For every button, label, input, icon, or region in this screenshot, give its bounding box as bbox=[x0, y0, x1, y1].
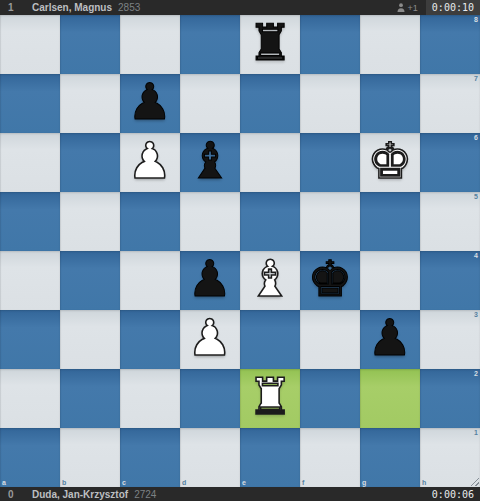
square-h3[interactable] bbox=[420, 310, 480, 369]
square-d1[interactable] bbox=[180, 428, 240, 487]
square-h7[interactable] bbox=[420, 74, 480, 133]
black-rook-e8[interactable]: ♜ bbox=[240, 15, 300, 74]
bottom-player-clock: 0:00:06 bbox=[426, 487, 480, 501]
square-f8[interactable] bbox=[300, 15, 360, 74]
white-pawn-c6[interactable]: ♟ bbox=[120, 133, 180, 192]
square-a2[interactable] bbox=[0, 369, 60, 428]
square-a5[interactable] bbox=[0, 192, 60, 251]
square-h6[interactable] bbox=[420, 133, 480, 192]
square-c5[interactable] bbox=[120, 192, 180, 251]
spectator-count-label: +1 bbox=[408, 3, 418, 13]
square-d7[interactable] bbox=[180, 74, 240, 133]
top-player-score: 1 bbox=[8, 2, 24, 13]
square-h2[interactable] bbox=[420, 369, 480, 428]
white-king-g6[interactable]: ♚ bbox=[360, 133, 420, 192]
square-a8[interactable] bbox=[0, 15, 60, 74]
square-e3[interactable] bbox=[240, 310, 300, 369]
square-b2[interactable] bbox=[60, 369, 120, 428]
bottom-player-name[interactable]: Duda, Jan-Krzysztof bbox=[32, 489, 128, 500]
white-rook-e2[interactable]: ♜ bbox=[240, 369, 300, 428]
chess-app: 1 Carlsen, Magnus 2853 +1 0:00:10 ♜♟♟♝♚♟… bbox=[0, 0, 480, 501]
person-icon bbox=[397, 3, 405, 12]
square-g4[interactable] bbox=[360, 251, 420, 310]
square-g8[interactable] bbox=[360, 15, 420, 74]
square-d2[interactable] bbox=[180, 369, 240, 428]
square-h4[interactable] bbox=[420, 251, 480, 310]
square-c1[interactable] bbox=[120, 428, 180, 487]
square-a6[interactable] bbox=[0, 133, 60, 192]
square-e5[interactable] bbox=[240, 192, 300, 251]
bottom-player-score: 0 bbox=[8, 489, 24, 500]
black-bishop-d6[interactable]: ♝ bbox=[180, 133, 240, 192]
square-b4[interactable] bbox=[60, 251, 120, 310]
square-b3[interactable] bbox=[60, 310, 120, 369]
square-e6[interactable] bbox=[240, 133, 300, 192]
square-f6[interactable] bbox=[300, 133, 360, 192]
square-f7[interactable] bbox=[300, 74, 360, 133]
square-g1[interactable] bbox=[360, 428, 420, 487]
top-player-clock: 0:00:10 bbox=[426, 0, 480, 15]
black-pawn-d4[interactable]: ♟ bbox=[180, 251, 240, 310]
square-a3[interactable] bbox=[0, 310, 60, 369]
square-h1[interactable] bbox=[420, 428, 480, 487]
top-player-bar: 1 Carlsen, Magnus 2853 +1 0:00:10 bbox=[0, 0, 480, 15]
square-a7[interactable] bbox=[0, 74, 60, 133]
square-c3[interactable] bbox=[120, 310, 180, 369]
square-g2[interactable] bbox=[360, 369, 420, 428]
square-c2[interactable] bbox=[120, 369, 180, 428]
square-g7[interactable] bbox=[360, 74, 420, 133]
square-g5[interactable] bbox=[360, 192, 420, 251]
square-d5[interactable] bbox=[180, 192, 240, 251]
black-pawn-c7[interactable]: ♟ bbox=[120, 74, 180, 133]
spectator-count: +1 bbox=[397, 3, 418, 13]
square-b1[interactable] bbox=[60, 428, 120, 487]
white-pawn-d3[interactable]: ♟ bbox=[180, 310, 240, 369]
square-e1[interactable] bbox=[240, 428, 300, 487]
top-player-name[interactable]: Carlsen, Magnus bbox=[32, 2, 112, 13]
black-pawn-g3[interactable]: ♟ bbox=[360, 310, 420, 369]
square-d8[interactable] bbox=[180, 15, 240, 74]
bottom-player-rating: 2724 bbox=[134, 489, 156, 500]
square-f1[interactable] bbox=[300, 428, 360, 487]
chess-board[interactable]: ♜♟♟♝♚♟♝♚♟♟♜87654321abcdefgh bbox=[0, 15, 480, 487]
square-c8[interactable] bbox=[120, 15, 180, 74]
bottom-player-bar: 0 Duda, Jan-Krzysztof 2724 0:00:06 bbox=[0, 487, 480, 501]
square-e7[interactable] bbox=[240, 74, 300, 133]
square-b6[interactable] bbox=[60, 133, 120, 192]
square-h8[interactable] bbox=[420, 15, 480, 74]
square-f3[interactable] bbox=[300, 310, 360, 369]
top-player-rating: 2853 bbox=[118, 2, 140, 13]
square-b8[interactable] bbox=[60, 15, 120, 74]
square-a1[interactable] bbox=[0, 428, 60, 487]
square-c4[interactable] bbox=[120, 251, 180, 310]
square-h5[interactable] bbox=[420, 192, 480, 251]
square-b7[interactable] bbox=[60, 74, 120, 133]
square-f5[interactable] bbox=[300, 192, 360, 251]
square-a4[interactable] bbox=[0, 251, 60, 310]
square-b5[interactable] bbox=[60, 192, 120, 251]
black-king-f4[interactable]: ♚ bbox=[300, 251, 360, 310]
white-bishop-e4[interactable]: ♝ bbox=[240, 251, 300, 310]
square-f2[interactable] bbox=[300, 369, 360, 428]
